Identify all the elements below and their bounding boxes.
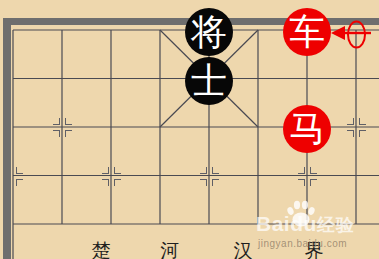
watermark-url: jingyan.baidu.com: [258, 238, 347, 249]
baidu-watermark: Baidu 经验 jingyan.baidu.com: [256, 200, 378, 252]
move-origin-marker-icon: [348, 22, 365, 48]
paw-icon: [286, 200, 316, 228]
watermark-suffix: 经验: [317, 213, 355, 237]
xiangqi-board: 将士车马 楚 河 汉 界 Baidu 经验 jingyan.baidu.com: [0, 0, 379, 259]
move-arrow-icon: [331, 26, 345, 40]
